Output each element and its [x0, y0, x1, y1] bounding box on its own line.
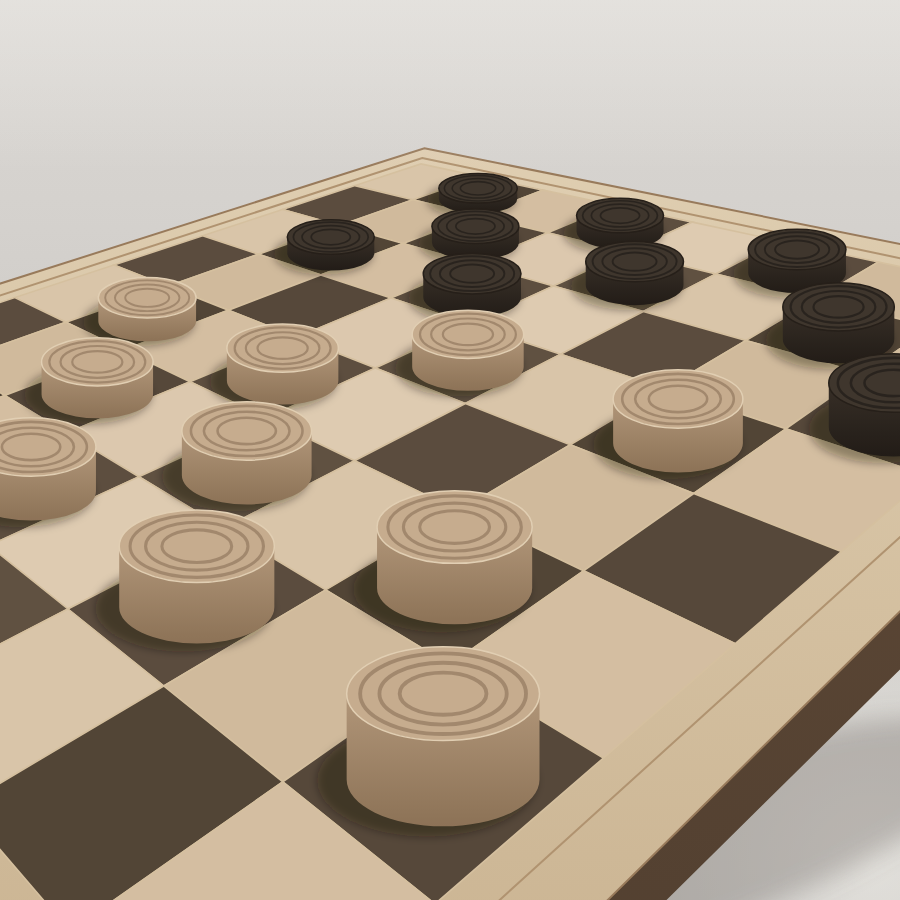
piece-light-b5[interactable]: [0, 418, 96, 528]
checkers-board[interactable]: [0, 0, 900, 900]
checkers-photo: [0, 0, 900, 900]
